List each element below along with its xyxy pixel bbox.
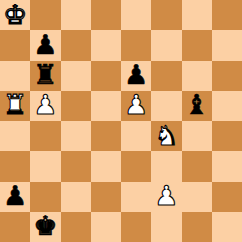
square-b5[interactable]: ♟: [30, 91, 60, 121]
square-a1[interactable]: [0, 212, 30, 242]
piece-white-rook: ♜: [3, 91, 27, 118]
square-a5[interactable]: ♜: [0, 91, 30, 121]
piece-black-pawn: ♟: [3, 182, 27, 209]
piece-black-pawn: ♟: [124, 61, 148, 88]
square-c3[interactable]: [61, 151, 91, 181]
square-d7[interactable]: [91, 30, 121, 60]
square-e8[interactable]: [121, 0, 151, 30]
square-d1[interactable]: [91, 212, 121, 242]
square-c5[interactable]: [61, 91, 91, 121]
square-b1[interactable]: ♚: [30, 212, 60, 242]
square-a4[interactable]: [0, 121, 30, 151]
square-h5[interactable]: [212, 91, 242, 121]
piece-black-king: ♚: [33, 212, 57, 239]
square-e6[interactable]: ♟: [121, 61, 151, 91]
square-g7[interactable]: [182, 30, 212, 60]
square-f6[interactable]: [151, 61, 181, 91]
square-h7[interactable]: [212, 30, 242, 60]
square-h1[interactable]: [212, 212, 242, 242]
piece-white-pawn: ♟: [33, 91, 57, 118]
square-b2[interactable]: [30, 182, 60, 212]
square-f3[interactable]: [151, 151, 181, 181]
square-g3[interactable]: [182, 151, 212, 181]
square-a6[interactable]: [0, 61, 30, 91]
square-g8[interactable]: [182, 0, 212, 30]
square-d2[interactable]: [91, 182, 121, 212]
square-b8[interactable]: [30, 0, 60, 30]
piece-white-pawn: ♟: [154, 182, 178, 209]
piece-white-king: ♚: [3, 1, 27, 28]
square-c6[interactable]: [61, 61, 91, 91]
chess-board: ♚♟♜♟♜♟♟♝♞♟♟♚: [0, 0, 242, 242]
square-b3[interactable]: [30, 151, 60, 181]
piece-white-pawn: ♟: [124, 91, 148, 118]
square-d3[interactable]: [91, 151, 121, 181]
square-e5[interactable]: ♟: [121, 91, 151, 121]
square-d5[interactable]: [91, 91, 121, 121]
square-g4[interactable]: [182, 121, 212, 151]
piece-white-knight: ♞: [154, 122, 178, 149]
square-g6[interactable]: [182, 61, 212, 91]
square-h3[interactable]: [212, 151, 242, 181]
square-b6[interactable]: ♜: [30, 61, 60, 91]
square-c8[interactable]: [61, 0, 91, 30]
square-e1[interactable]: [121, 212, 151, 242]
square-d8[interactable]: [91, 0, 121, 30]
square-f7[interactable]: [151, 30, 181, 60]
square-h8[interactable]: [212, 0, 242, 30]
square-g5[interactable]: ♝: [182, 91, 212, 121]
square-f8[interactable]: [151, 0, 181, 30]
square-a2[interactable]: ♟: [0, 182, 30, 212]
square-c2[interactable]: [61, 182, 91, 212]
square-d6[interactable]: [91, 61, 121, 91]
square-f5[interactable]: [151, 91, 181, 121]
square-d4[interactable]: [91, 121, 121, 151]
square-b7[interactable]: ♟: [30, 30, 60, 60]
square-b4[interactable]: [30, 121, 60, 151]
square-f4[interactable]: ♞: [151, 121, 181, 151]
square-e3[interactable]: [121, 151, 151, 181]
square-a3[interactable]: [0, 151, 30, 181]
square-c1[interactable]: [61, 212, 91, 242]
square-c4[interactable]: [61, 121, 91, 151]
square-c7[interactable]: [61, 30, 91, 60]
square-a7[interactable]: [0, 30, 30, 60]
square-e4[interactable]: [121, 121, 151, 151]
square-g1[interactable]: [182, 212, 212, 242]
piece-black-bishop: ♝: [185, 91, 209, 118]
square-f2[interactable]: ♟: [151, 182, 181, 212]
square-g2[interactable]: [182, 182, 212, 212]
square-e7[interactable]: [121, 30, 151, 60]
square-f1[interactable]: [151, 212, 181, 242]
square-e2[interactable]: [121, 182, 151, 212]
square-h2[interactable]: [212, 182, 242, 212]
piece-black-rook: ♜: [33, 61, 57, 88]
square-a8[interactable]: ♚: [0, 0, 30, 30]
square-h6[interactable]: [212, 61, 242, 91]
piece-black-pawn: ♟: [33, 31, 57, 58]
square-h4[interactable]: [212, 121, 242, 151]
